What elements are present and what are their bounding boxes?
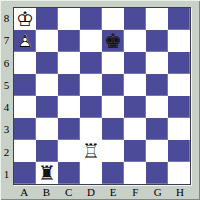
square-h7[interactable] xyxy=(168,30,190,52)
square-d8[interactable] xyxy=(80,8,102,30)
rank-label-6: 6 xyxy=(0,52,13,74)
square-b6[interactable] xyxy=(36,52,58,74)
square-c8[interactable] xyxy=(58,8,80,30)
square-f3[interactable] xyxy=(124,118,146,140)
square-c6[interactable] xyxy=(58,52,80,74)
square-e2[interactable] xyxy=(102,140,124,162)
file-label-f: F xyxy=(124,185,146,199)
square-f7[interactable] xyxy=(124,30,146,52)
square-b5[interactable] xyxy=(36,74,58,96)
square-b8[interactable] xyxy=(36,8,58,30)
square-g6[interactable] xyxy=(146,52,168,74)
square-a7[interactable]: ♟♙ xyxy=(14,30,36,52)
square-b7[interactable] xyxy=(36,30,58,52)
chessboard[interactable]: ♚♔♟♙♚♜♖♜ xyxy=(13,7,191,185)
square-b3[interactable] xyxy=(36,118,58,140)
chessboard-frame: 87654321 ♚♔♟♙♚♜♖♜ ABCDEFGH xyxy=(0,0,200,200)
square-a3[interactable] xyxy=(14,118,36,140)
rank-labels: 87654321 xyxy=(0,7,13,185)
square-c3[interactable] xyxy=(58,118,80,140)
square-f2[interactable] xyxy=(124,140,146,162)
square-f8[interactable] xyxy=(124,8,146,30)
file-label-e: E xyxy=(102,185,124,199)
square-a2[interactable] xyxy=(14,140,36,162)
square-d4[interactable] xyxy=(80,96,102,118)
square-e7[interactable]: ♚ xyxy=(102,30,124,52)
square-c2[interactable] xyxy=(58,140,80,162)
square-e5[interactable] xyxy=(102,74,124,96)
square-a8[interactable]: ♚♔ xyxy=(14,8,36,30)
square-g7[interactable] xyxy=(146,30,168,52)
square-g1[interactable] xyxy=(146,162,168,184)
square-b1[interactable]: ♜ xyxy=(36,162,58,184)
square-f4[interactable] xyxy=(124,96,146,118)
rank-label-3: 3 xyxy=(0,118,13,140)
square-a1[interactable] xyxy=(14,162,36,184)
square-e8[interactable] xyxy=(102,8,124,30)
square-c4[interactable] xyxy=(58,96,80,118)
rank-label-4: 4 xyxy=(0,96,13,118)
square-d7[interactable] xyxy=(80,30,102,52)
square-h6[interactable] xyxy=(168,52,190,74)
rank-label-7: 7 xyxy=(0,29,13,51)
square-e3[interactable] xyxy=(102,118,124,140)
rank-label-2: 2 xyxy=(0,141,13,163)
square-d2[interactable]: ♜♖ xyxy=(80,140,102,162)
square-g8[interactable] xyxy=(146,8,168,30)
square-e4[interactable] xyxy=(102,96,124,118)
square-c7[interactable] xyxy=(58,30,80,52)
square-c1[interactable] xyxy=(58,162,80,184)
square-e6[interactable] xyxy=(102,52,124,74)
square-g3[interactable] xyxy=(146,118,168,140)
rank-label-5: 5 xyxy=(0,74,13,96)
file-label-c: C xyxy=(58,185,80,199)
square-h3[interactable] xyxy=(168,118,190,140)
square-a6[interactable] xyxy=(14,52,36,74)
square-e1[interactable] xyxy=(102,162,124,184)
square-a4[interactable] xyxy=(14,96,36,118)
square-h4[interactable] xyxy=(168,96,190,118)
file-label-d: D xyxy=(80,185,102,199)
square-a5[interactable] xyxy=(14,74,36,96)
square-h2[interactable] xyxy=(168,140,190,162)
file-labels: ABCDEFGH xyxy=(13,185,191,199)
black-rook: ♜ xyxy=(36,162,58,184)
file-label-a: A xyxy=(13,185,35,199)
white-rook: ♜♖ xyxy=(80,140,102,162)
black-king: ♚ xyxy=(102,30,124,52)
square-g4[interactable] xyxy=(146,96,168,118)
file-label-h: H xyxy=(169,185,191,199)
square-b2[interactable] xyxy=(36,140,58,162)
white-king: ♚♔ xyxy=(14,8,36,30)
file-label-g: G xyxy=(147,185,169,199)
square-b4[interactable] xyxy=(36,96,58,118)
rank-label-1: 1 xyxy=(0,163,13,185)
square-c5[interactable] xyxy=(58,74,80,96)
square-d1[interactable] xyxy=(80,162,102,184)
file-label-b: B xyxy=(35,185,57,199)
square-f6[interactable] xyxy=(124,52,146,74)
square-h8[interactable] xyxy=(168,8,190,30)
rank-label-8: 8 xyxy=(0,7,13,29)
white-pawn: ♟♙ xyxy=(14,30,36,52)
square-d5[interactable] xyxy=(80,74,102,96)
square-d3[interactable] xyxy=(80,118,102,140)
square-d6[interactable] xyxy=(80,52,102,74)
square-g2[interactable] xyxy=(146,140,168,162)
square-h5[interactable] xyxy=(168,74,190,96)
square-f1[interactable] xyxy=(124,162,146,184)
square-h1[interactable] xyxy=(168,162,190,184)
square-g5[interactable] xyxy=(146,74,168,96)
square-f5[interactable] xyxy=(124,74,146,96)
